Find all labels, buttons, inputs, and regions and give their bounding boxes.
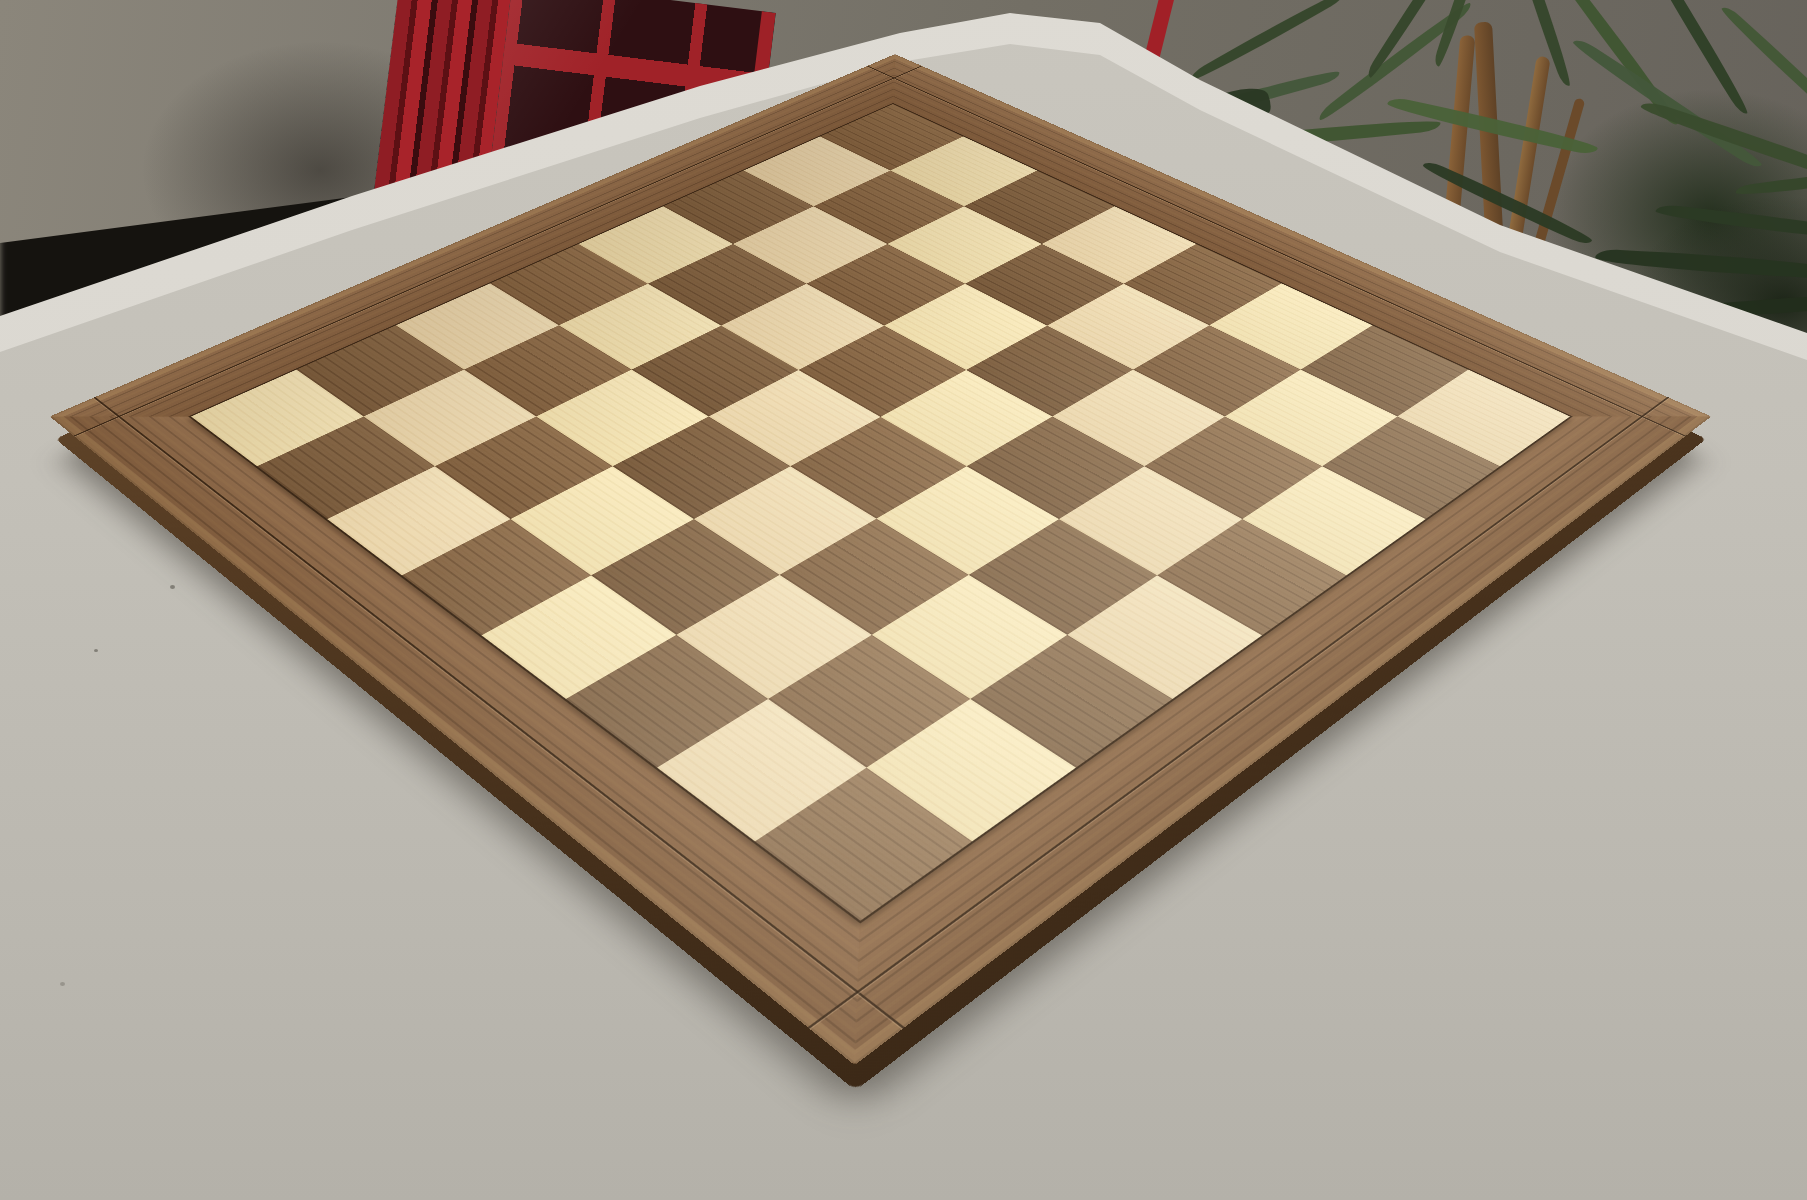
photo-scene: [0, 0, 1807, 1200]
board-field: [191, 104, 1570, 921]
board-3d-scene: [0, 0, 1807, 1200]
chessboard: [50, 54, 1712, 1065]
